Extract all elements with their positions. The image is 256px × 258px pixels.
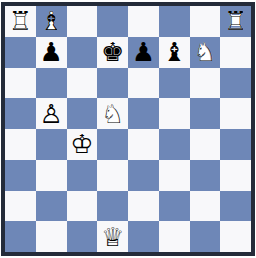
square-d5[interactable]: ♞♘ [97,98,128,129]
square-b8[interactable]: ♝♗ [36,6,67,37]
square-c2[interactable] [67,191,98,222]
square-b3[interactable] [36,160,67,191]
square-b1[interactable] [36,221,67,252]
white-rook-outline-layer: ♖ [220,6,251,37]
white-king-outline-layer: ♔ [67,129,98,160]
square-f7[interactable]: ♝ [159,37,190,68]
board-frame: ♜♖♝♗♜♖♟♚♟♝♞♘♟♙♞♘♚♔♛♕ [1,2,255,256]
square-c5[interactable] [67,98,98,129]
square-h4[interactable] [220,129,251,160]
square-f5[interactable] [159,98,190,129]
square-g3[interactable] [190,160,221,191]
square-b6[interactable] [36,68,67,99]
black-king-icon[interactable]: ♚ [97,37,128,68]
square-c6[interactable] [67,68,98,99]
square-d4[interactable] [97,129,128,160]
square-h3[interactable] [220,160,251,191]
white-knight-outline-layer: ♘ [190,37,221,68]
square-a5[interactable] [5,98,36,129]
white-rook-icon[interactable]: ♜♖ [5,6,36,37]
square-f4[interactable] [159,129,190,160]
white-knight-icon[interactable]: ♞♘ [190,37,221,68]
white-rook-outline-layer: ♖ [5,6,36,37]
square-e5[interactable] [128,98,159,129]
square-d7[interactable]: ♚ [97,37,128,68]
square-g8[interactable] [190,6,221,37]
square-g4[interactable] [190,129,221,160]
square-g7[interactable]: ♞♘ [190,37,221,68]
square-f6[interactable] [159,68,190,99]
white-bishop-outline-layer: ♗ [36,6,67,37]
square-f2[interactable] [159,191,190,222]
white-rook-icon[interactable]: ♜♖ [220,6,251,37]
square-a2[interactable] [5,191,36,222]
white-pawn-icon[interactable]: ♟♙ [36,98,67,129]
square-c3[interactable] [67,160,98,191]
square-h5[interactable] [220,98,251,129]
square-h2[interactable] [220,191,251,222]
square-e2[interactable] [128,191,159,222]
square-a7[interactable] [5,37,36,68]
diagram-frame: ♜♖♝♗♜♖♟♚♟♝♞♘♟♙♞♘♚♔♛♕ [0,0,256,258]
square-b5[interactable]: ♟♙ [36,98,67,129]
square-f8[interactable] [159,6,190,37]
white-queen-outline-layer: ♕ [97,221,128,252]
white-knight-icon[interactable]: ♞♘ [97,98,128,129]
square-e8[interactable] [128,6,159,37]
white-bishop-icon[interactable]: ♝♗ [36,6,67,37]
square-g6[interactable] [190,68,221,99]
square-d1[interactable]: ♛♕ [97,221,128,252]
square-b2[interactable] [36,191,67,222]
square-g2[interactable] [190,191,221,222]
square-a3[interactable] [5,160,36,191]
square-g1[interactable] [190,221,221,252]
square-d3[interactable] [97,160,128,191]
square-h7[interactable] [220,37,251,68]
square-f3[interactable] [159,160,190,191]
square-a1[interactable] [5,221,36,252]
square-a4[interactable] [5,129,36,160]
square-g5[interactable] [190,98,221,129]
square-a8[interactable]: ♜♖ [5,6,36,37]
black-pawn-icon[interactable]: ♟ [128,37,159,68]
square-e6[interactable] [128,68,159,99]
square-d2[interactable] [97,191,128,222]
square-c1[interactable] [67,221,98,252]
square-a6[interactable] [5,68,36,99]
square-f1[interactable] [159,221,190,252]
white-king-icon[interactable]: ♚♔ [67,129,98,160]
square-e7[interactable]: ♟ [128,37,159,68]
white-queen-icon[interactable]: ♛♕ [97,221,128,252]
black-bishop-icon[interactable]: ♝ [159,37,190,68]
white-pawn-outline-layer: ♙ [36,98,67,129]
square-d8[interactable] [97,6,128,37]
square-h1[interactable] [220,221,251,252]
square-d6[interactable] [97,68,128,99]
chess-board: ♜♖♝♗♜♖♟♚♟♝♞♘♟♙♞♘♚♔♛♕ [5,6,251,252]
square-e3[interactable] [128,160,159,191]
square-c7[interactable] [67,37,98,68]
black-pawn-icon[interactable]: ♟ [36,37,67,68]
square-e4[interactable] [128,129,159,160]
square-c4[interactable]: ♚♔ [67,129,98,160]
square-b4[interactable] [36,129,67,160]
square-c8[interactable] [67,6,98,37]
square-h6[interactable] [220,68,251,99]
square-b7[interactable]: ♟ [36,37,67,68]
white-knight-outline-layer: ♘ [97,98,128,129]
square-e1[interactable] [128,221,159,252]
square-h8[interactable]: ♜♖ [220,6,251,37]
